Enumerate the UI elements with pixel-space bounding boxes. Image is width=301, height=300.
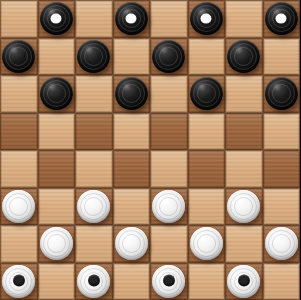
piece-center-mark (163, 275, 175, 287)
square-r0c0 (0, 0, 38, 38)
piece-groove-ring (230, 268, 257, 295)
piece-groove-ring (159, 47, 178, 66)
white-checker[interactable] (77, 190, 110, 223)
piece-groove-ring (197, 84, 216, 103)
square-r7c0[interactable] (0, 263, 38, 300)
square-r5c7 (263, 188, 301, 226)
square-r1c2[interactable] (75, 38, 113, 76)
white-checker-marked[interactable] (2, 265, 35, 298)
piece-groove-ring (118, 5, 145, 32)
square-r2c0 (0, 75, 38, 113)
square-r3c4[interactable] (150, 113, 188, 151)
square-r4c0 (0, 150, 38, 188)
piece-groove-ring (84, 47, 103, 66)
piece-groove-ring (80, 268, 107, 295)
square-r5c0[interactable] (0, 188, 38, 226)
black-checker[interactable] (152, 40, 185, 73)
square-r2c7[interactable] (263, 75, 301, 113)
piece-groove-ring (155, 268, 182, 295)
black-checker[interactable] (40, 77, 73, 110)
square-r3c7 (263, 113, 301, 151)
piece-groove-ring (122, 84, 141, 103)
square-r2c5[interactable] (188, 75, 226, 113)
square-r0c5[interactable] (188, 0, 226, 38)
square-r6c7[interactable] (263, 225, 301, 263)
piece-groove-ring (159, 197, 178, 216)
square-r0c6 (225, 0, 263, 38)
piece-groove-ring (234, 47, 253, 66)
square-r0c1[interactable] (38, 0, 76, 38)
square-r6c5[interactable] (188, 225, 226, 263)
piece-groove-ring (122, 234, 141, 253)
square-r4c5[interactable] (188, 150, 226, 188)
piece-center-mark (201, 13, 212, 23)
square-r2c3[interactable] (113, 75, 151, 113)
white-checker[interactable] (227, 190, 260, 223)
piece-groove-ring (197, 9, 216, 28)
square-r3c3 (113, 113, 151, 151)
square-r4c3[interactable] (113, 150, 151, 188)
square-r7c2[interactable] (75, 263, 113, 300)
square-r3c1 (38, 113, 76, 151)
piece-groove-ring (80, 193, 107, 220)
square-r7c3 (113, 263, 151, 300)
piece-center-mark (276, 13, 287, 23)
square-r7c7 (263, 263, 301, 300)
square-r5c1 (38, 188, 76, 226)
square-r3c2[interactable] (75, 113, 113, 151)
square-r5c5 (188, 188, 226, 226)
piece-groove-ring (230, 193, 257, 220)
white-checker[interactable] (265, 227, 298, 260)
piece-center-mark (13, 275, 25, 287)
square-r4c6 (225, 150, 263, 188)
square-r1c3 (113, 38, 151, 76)
white-checker[interactable] (115, 227, 148, 260)
square-r4c4 (150, 150, 188, 188)
white-checker-marked[interactable] (227, 265, 260, 298)
piece-groove-ring (268, 80, 295, 107)
piece-groove-ring (230, 43, 257, 70)
black-checker[interactable] (77, 40, 110, 73)
square-r0c4 (150, 0, 188, 38)
piece-groove-ring (155, 193, 182, 220)
square-r0c3[interactable] (113, 0, 151, 38)
piece-groove-ring (9, 47, 28, 66)
piece-groove-ring (9, 197, 28, 216)
piece-groove-ring (5, 193, 32, 220)
square-r4c1[interactable] (38, 150, 76, 188)
piece-center-mark (126, 13, 137, 23)
square-r0c2 (75, 0, 113, 38)
piece-groove-ring (159, 272, 178, 291)
square-r6c0 (0, 225, 38, 263)
square-r7c1 (38, 263, 76, 300)
white-checker-marked[interactable] (77, 265, 110, 298)
piece-groove-ring (193, 80, 220, 107)
black-checker[interactable] (265, 77, 298, 110)
square-r1c0[interactable] (0, 38, 38, 76)
piece-groove-ring (272, 234, 291, 253)
square-r0c7[interactable] (263, 0, 301, 38)
piece-groove-ring (234, 197, 253, 216)
piece-groove-ring (272, 84, 291, 103)
piece-groove-ring (155, 43, 182, 70)
piece-groove-ring (5, 268, 32, 295)
piece-groove-ring (5, 43, 32, 70)
piece-groove-ring (43, 230, 70, 257)
square-r1c6[interactable] (225, 38, 263, 76)
white-checker[interactable] (2, 190, 35, 223)
black-checker-marked[interactable] (115, 2, 148, 35)
square-r4c7[interactable] (263, 150, 301, 188)
piece-groove-ring (193, 230, 220, 257)
piece-center-mark (238, 275, 250, 287)
piece-groove-ring (118, 230, 145, 257)
square-r2c2 (75, 75, 113, 113)
square-r2c1[interactable] (38, 75, 76, 113)
black-checker[interactable] (115, 77, 148, 110)
piece-groove-ring (268, 230, 295, 257)
piece-groove-ring (84, 197, 103, 216)
piece-groove-ring (43, 5, 70, 32)
square-r6c3[interactable] (113, 225, 151, 263)
square-r1c5 (188, 38, 226, 76)
square-r5c2[interactable] (75, 188, 113, 226)
square-r6c1[interactable] (38, 225, 76, 263)
piece-groove-ring (122, 9, 141, 28)
square-r7c6[interactable] (225, 263, 263, 300)
piece-groove-ring (268, 5, 295, 32)
piece-groove-ring (234, 272, 253, 291)
black-checker[interactable] (190, 77, 223, 110)
square-r6c6 (225, 225, 263, 263)
piece-groove-ring (118, 80, 145, 107)
black-checker-marked[interactable] (265, 2, 298, 35)
black-checker-marked[interactable] (40, 2, 73, 35)
square-r3c0[interactable] (0, 113, 38, 151)
square-r5c3 (113, 188, 151, 226)
white-checker[interactable] (190, 227, 223, 260)
square-r1c1 (38, 38, 76, 76)
black-checker-marked[interactable] (190, 2, 223, 35)
piece-groove-ring (47, 9, 66, 28)
square-r7c5 (188, 263, 226, 300)
square-r5c6[interactable] (225, 188, 263, 226)
square-r3c5 (188, 113, 226, 151)
square-r1c4[interactable] (150, 38, 188, 76)
white-checker[interactable] (40, 227, 73, 260)
piece-center-mark (88, 275, 100, 287)
piece-groove-ring (272, 9, 291, 28)
piece-groove-ring (43, 80, 70, 107)
square-r7c4[interactable] (150, 263, 188, 300)
piece-groove-ring (80, 43, 107, 70)
square-r2c4 (150, 75, 188, 113)
piece-groove-ring (9, 272, 28, 291)
square-r3c6[interactable] (225, 113, 263, 151)
square-r4c2 (75, 150, 113, 188)
black-checker[interactable] (227, 40, 260, 73)
piece-groove-ring (197, 234, 216, 253)
piece-groove-ring (47, 84, 66, 103)
square-r6c2 (75, 225, 113, 263)
piece-groove-ring (193, 5, 220, 32)
square-r1c7 (263, 38, 301, 76)
checkers-board (0, 0, 300, 300)
piece-center-mark (51, 13, 62, 23)
piece-groove-ring (84, 272, 103, 291)
square-r6c4 (150, 225, 188, 263)
white-checker[interactable] (152, 190, 185, 223)
piece-groove-ring (47, 234, 66, 253)
square-r5c4[interactable] (150, 188, 188, 226)
white-checker-marked[interactable] (152, 265, 185, 298)
black-checker[interactable] (2, 40, 35, 73)
square-r2c6 (225, 75, 263, 113)
